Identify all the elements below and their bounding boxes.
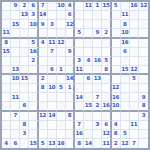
cell-r3c6-given[interactable]: 3 <box>48 20 57 29</box>
cell-r2c14-given[interactable]: 11 <box>121 11 130 20</box>
cell-r11c3-empty[interactable] <box>20 93 29 102</box>
cell-r2c10-empty[interactable] <box>84 11 93 20</box>
cell-r3c12-empty[interactable] <box>102 20 111 29</box>
cell-r10c1-empty[interactable] <box>2 84 11 93</box>
cell-r13c2-given[interactable]: 7 <box>11 112 20 121</box>
cell-r6c14-given[interactable]: 6 <box>121 48 130 57</box>
cell-r2c3-given[interactable]: 13 <box>20 11 29 20</box>
cell-r10c10-empty[interactable] <box>84 84 93 93</box>
cell-r1c6-empty[interactable] <box>48 2 57 11</box>
cell-r10c6-given[interactable]: 10 <box>48 84 57 93</box>
cell-r12c14-empty[interactable] <box>121 102 130 111</box>
cell-r13c5-given[interactable]: 12 <box>39 112 48 121</box>
cell-r7c11-given[interactable]: 16 <box>93 57 102 66</box>
cell-r6c16-empty[interactable] <box>139 48 148 57</box>
cell-r13c14-empty[interactable] <box>121 112 130 121</box>
cell-r1c10-given[interactable]: 11 <box>84 2 93 11</box>
cell-r4c13-empty[interactable] <box>112 29 121 38</box>
cell-r13c3-empty[interactable] <box>20 112 29 121</box>
cell-r14c1-empty[interactable] <box>2 121 11 130</box>
cell-r14c6-empty[interactable] <box>48 121 57 130</box>
cell-r11c10-empty[interactable] <box>84 93 93 102</box>
cell-r8c16-empty[interactable] <box>139 66 148 75</box>
cell-r12c13-given[interactable]: 10 <box>112 102 121 111</box>
cell-r5c10-empty[interactable] <box>84 39 93 48</box>
cell-r2c5-given[interactable]: 14 <box>39 11 48 20</box>
cell-r1c7-given[interactable]: 10 <box>57 2 66 11</box>
cell-r15c10-empty[interactable] <box>84 130 93 139</box>
cell-r11c11-given[interactable]: 7 <box>93 93 102 102</box>
cell-r5c2-empty[interactable] <box>11 39 20 48</box>
cell-r13c8-given[interactable]: 8 <box>66 112 75 121</box>
cell-r13c11-empty[interactable] <box>93 112 102 121</box>
cell-r7c3-empty[interactable] <box>20 57 29 66</box>
cell-r7c10-given[interactable]: 4 <box>84 57 93 66</box>
cell-r13c15-empty[interactable] <box>130 112 139 121</box>
cell-r7c9-given[interactable]: 3 <box>75 57 84 66</box>
cell-r14c2-empty[interactable] <box>11 121 20 130</box>
cell-r11c1-empty[interactable] <box>2 93 11 102</box>
cell-r8c10-empty[interactable] <box>84 66 93 75</box>
cell-r5c3-empty[interactable] <box>20 39 29 48</box>
cell-r8c14-given[interactable]: 15 <box>121 66 130 75</box>
cell-r9c6-empty[interactable] <box>48 75 57 84</box>
cell-r14c3-given[interactable]: 8 <box>20 121 29 130</box>
cell-r15c12-given[interactable]: 12 <box>102 130 111 139</box>
cell-r5c12-empty[interactable] <box>102 39 111 48</box>
cell-r4c15-empty[interactable] <box>130 29 139 38</box>
cell-r15c1-empty[interactable] <box>2 130 11 139</box>
cell-r7c2-empty[interactable] <box>11 57 20 66</box>
cell-r12c4-empty[interactable] <box>29 102 38 111</box>
cell-r15c5-empty[interactable] <box>39 130 48 139</box>
cell-r7c13-empty[interactable] <box>112 57 121 66</box>
cell-r12c11-given[interactable]: 2 <box>93 102 102 111</box>
cell-r8c8-empty[interactable] <box>66 66 75 75</box>
cell-r12c2-empty[interactable] <box>11 102 20 111</box>
cell-r6c10-empty[interactable] <box>84 48 93 57</box>
cell-r16c4-given[interactable]: 15 <box>29 139 38 148</box>
cell-r16c3-empty[interactable] <box>20 139 29 148</box>
cell-r4c7-empty[interactable] <box>57 29 66 38</box>
cell-r15c3-given[interactable]: 3 <box>20 130 29 139</box>
cell-r4c3-empty[interactable] <box>20 29 29 38</box>
cell-r2c11-empty[interactable] <box>93 11 102 20</box>
cell-r5c13-empty[interactable] <box>112 39 121 48</box>
cell-r2c9-empty[interactable] <box>75 11 84 20</box>
cell-r2c2-empty[interactable] <box>11 11 20 20</box>
cell-r3c3-empty[interactable] <box>20 20 29 29</box>
cell-r3c13-empty[interactable] <box>112 20 121 29</box>
sudoku-board: 9267104111155161213314611151093128115921… <box>0 0 150 150</box>
cell-r3c10-empty[interactable] <box>84 20 93 29</box>
cell-r2c12-empty[interactable] <box>102 11 111 20</box>
cell-r12c10-given[interactable]: 15 <box>84 102 93 111</box>
cell-r15c9-given[interactable]: 16 <box>75 130 84 139</box>
cell-r2c6-empty[interactable] <box>48 11 57 20</box>
cell-r5c15-empty[interactable] <box>130 39 139 48</box>
cell-r12c3-given[interactable]: 6 <box>20 102 29 111</box>
cell-r4c8-empty[interactable] <box>66 29 75 38</box>
cell-r16c2-given[interactable]: 6 <box>11 139 20 148</box>
cell-r16c6-given[interactable]: 13 <box>48 139 57 148</box>
cell-r16c12-given[interactable]: 11 <box>102 139 111 148</box>
cell-r9c8-given[interactable]: 14 <box>66 75 75 84</box>
cell-r3c7-empty[interactable] <box>57 20 66 29</box>
cell-r3c4-given[interactable]: 10 <box>29 20 38 29</box>
cell-r12c12-given[interactable]: 16 <box>102 102 111 111</box>
cell-r11c8-empty[interactable] <box>66 93 75 102</box>
cell-r5c16-empty[interactable] <box>139 39 148 48</box>
cell-r13c12-empty[interactable] <box>102 112 111 121</box>
cell-r13c13-empty[interactable] <box>112 112 121 121</box>
cell-r11c5-empty[interactable] <box>39 93 48 102</box>
cell-r2c16-empty[interactable] <box>139 11 148 20</box>
cell-r4c1-given[interactable]: 11 <box>2 29 11 38</box>
cell-r11c6-empty[interactable] <box>48 93 57 102</box>
cell-r14c16-empty[interactable] <box>139 121 148 130</box>
cell-r15c6-empty[interactable] <box>48 130 57 139</box>
cell-r13c10-empty[interactable] <box>84 112 93 121</box>
cell-r10c4-empty[interactable] <box>29 84 38 93</box>
cell-r12c15-empty[interactable] <box>130 102 139 111</box>
cell-r12c5-empty[interactable] <box>39 102 48 111</box>
cell-r9c15-given[interactable]: 5 <box>130 75 139 84</box>
cell-r11c4-empty[interactable] <box>29 93 38 102</box>
cell-r8c11-empty[interactable] <box>93 66 102 75</box>
cell-r9c13-empty[interactable] <box>112 75 121 84</box>
cell-r16c10-given[interactable]: 14 <box>84 139 93 148</box>
cell-r1c5-given[interactable]: 7 <box>39 2 48 11</box>
cell-r13c1-empty[interactable] <box>2 112 11 121</box>
cell-r6c11-empty[interactable] <box>93 48 102 57</box>
cell-r16c13-given[interactable]: 2 <box>112 139 121 148</box>
cell-r14c9-given[interactable]: 7 <box>75 121 84 130</box>
cell-r2c1-empty[interactable] <box>2 11 11 20</box>
cell-r14c5-empty[interactable] <box>39 121 48 130</box>
cell-r4c9-given[interactable]: 5 <box>75 29 84 38</box>
cell-r6c1-given[interactable]: 15 <box>2 48 11 57</box>
cell-r9c3-given[interactable]: 15 <box>20 75 29 84</box>
cell-r3c8-given[interactable]: 12 <box>66 20 75 29</box>
cell-r4c4-empty[interactable] <box>29 29 38 38</box>
cell-r10c5-given[interactable]: 8 <box>39 84 48 93</box>
cell-r9c5-given[interactable]: 2 <box>39 75 48 84</box>
cell-r4c11-given[interactable]: 9 <box>93 29 102 38</box>
cell-r11c9-given[interactable]: 14 <box>75 93 84 102</box>
cell-r12c6-empty[interactable] <box>48 102 57 111</box>
cell-r12c8-empty[interactable] <box>66 102 75 111</box>
cell-r16c14-given[interactable]: 12 <box>121 139 130 148</box>
cell-r14c12-given[interactable]: 6 <box>102 121 111 130</box>
cell-r2c4-given[interactable]: 3 <box>29 11 38 20</box>
cell-r15c7-empty[interactable] <box>57 130 66 139</box>
cell-r5c8-empty[interactable] <box>66 39 75 48</box>
cell-r4c10-empty[interactable] <box>84 29 93 38</box>
cell-r12c1-empty[interactable] <box>2 102 11 111</box>
cell-r15c15-empty[interactable] <box>130 130 139 139</box>
cell-r15c16-empty[interactable] <box>139 130 148 139</box>
cell-r15c2-empty[interactable] <box>11 130 20 139</box>
cell-r9c11-given[interactable]: 13 <box>93 75 102 84</box>
cell-r7c7-empty[interactable] <box>57 57 66 66</box>
cell-r9c14-empty[interactable] <box>121 75 130 84</box>
cell-r1c4-given[interactable]: 6 <box>29 2 38 11</box>
cell-r8c12-given[interactable]: 8 <box>102 66 111 75</box>
cell-r4c12-given[interactable]: 2 <box>102 29 111 38</box>
cell-r10c12-empty[interactable] <box>102 84 111 93</box>
cell-r4c5-empty[interactable] <box>39 29 48 38</box>
cell-r6c7-empty[interactable] <box>57 48 66 57</box>
cell-r11c13-given[interactable]: 16 <box>112 93 121 102</box>
cell-r11c14-empty[interactable] <box>121 93 130 102</box>
cell-r14c13-given[interactable]: 4 <box>112 121 121 130</box>
cell-r1c9-empty[interactable] <box>75 2 84 11</box>
cell-r1c12-given[interactable]: 15 <box>102 2 111 11</box>
cell-r14c4-empty[interactable] <box>29 121 38 130</box>
cell-r13c16-given[interactable]: 3 <box>139 112 148 121</box>
cell-r12c7-empty[interactable] <box>57 102 66 111</box>
cell-r1c14-empty[interactable] <box>121 2 130 11</box>
cell-r2c7-empty[interactable] <box>57 11 66 20</box>
cell-r8c13-empty[interactable] <box>112 66 121 75</box>
cell-r3c5-given[interactable]: 9 <box>39 20 48 29</box>
cell-r3c11-empty[interactable] <box>93 20 102 29</box>
cell-r8c9-given[interactable]: 11 <box>75 66 84 75</box>
cell-r4c16-empty[interactable] <box>139 29 148 38</box>
cell-r14c8-empty[interactable] <box>66 121 75 130</box>
cell-r14c15-given[interactable]: 11 <box>130 121 139 130</box>
cell-r11c7-empty[interactable] <box>57 93 66 102</box>
cell-r6c12-empty[interactable] <box>102 48 111 57</box>
cell-r5c14-given[interactable]: 16 <box>121 39 130 48</box>
cell-r7c15-empty[interactable] <box>130 57 139 66</box>
cell-r13c6-given[interactable]: 14 <box>48 112 57 121</box>
cell-r5c1-given[interactable]: 8 <box>2 39 11 48</box>
cell-r10c8-given[interactable]: 1 <box>66 84 75 93</box>
cell-r7c4-given[interactable]: 2 <box>29 57 38 66</box>
cell-r9c7-empty[interactable] <box>57 75 66 84</box>
cell-r15c14-given[interactable]: 5 <box>121 130 130 139</box>
cell-r8c1-empty[interactable] <box>2 66 11 75</box>
cell-r10c14-empty[interactable] <box>121 84 130 93</box>
cell-r3c9-empty[interactable] <box>75 20 84 29</box>
cell-r1c11-given[interactable]: 1 <box>93 2 102 11</box>
cell-r10c16-empty[interactable] <box>139 84 148 93</box>
cell-r7c12-given[interactable]: 5 <box>102 57 111 66</box>
cell-r8c5-empty[interactable] <box>39 66 48 75</box>
cell-r16c5-given[interactable]: 5 <box>39 139 48 148</box>
cell-r16c7-given[interactable]: 16 <box>57 139 66 148</box>
cell-r10c3-empty[interactable] <box>20 84 29 93</box>
cell-r8c4-empty[interactable] <box>29 66 38 75</box>
cell-r7c6-empty[interactable] <box>48 57 57 66</box>
cell-r6c5-empty[interactable] <box>39 48 48 57</box>
cell-r1c13-given[interactable]: 5 <box>112 2 121 11</box>
cell-r11c2-given[interactable]: 11 <box>11 93 20 102</box>
cell-r2c8-given[interactable]: 6 <box>66 11 75 20</box>
cell-r1c1-empty[interactable] <box>2 2 11 11</box>
cell-r6c8-given[interactable]: 9 <box>66 48 75 57</box>
cell-r6c4-given[interactable]: 16 <box>29 48 38 57</box>
cell-r5c5-given[interactable]: 4 <box>39 39 48 48</box>
cell-r7c16-empty[interactable] <box>139 57 148 66</box>
cell-r6c13-empty[interactable] <box>112 48 121 57</box>
cell-r16c15-given[interactable]: 7 <box>130 139 139 148</box>
cell-r15c11-empty[interactable] <box>93 130 102 139</box>
cell-r8c2-given[interactable]: 13 <box>11 66 20 75</box>
cell-r10c11-empty[interactable] <box>93 84 102 93</box>
cell-r4c6-empty[interactable] <box>48 29 57 38</box>
cell-r11c15-empty[interactable] <box>130 93 139 102</box>
cell-r7c5-empty[interactable] <box>39 57 48 66</box>
cell-r1c2-given[interactable]: 9 <box>11 2 20 11</box>
cell-r13c9-empty[interactable] <box>75 112 84 121</box>
cell-r13c7-empty[interactable] <box>57 112 66 121</box>
cell-r5c11-empty[interactable] <box>93 39 102 48</box>
cell-r10c13-given[interactable]: 12 <box>112 84 121 93</box>
cell-r1c8-given[interactable]: 4 <box>66 2 75 11</box>
cell-r16c8-empty[interactable] <box>66 139 75 148</box>
cell-r9c12-empty[interactable] <box>102 75 111 84</box>
cell-r9c4-empty[interactable] <box>29 75 38 84</box>
cell-r12c9-empty[interactable] <box>75 102 84 111</box>
cell-r15c4-empty[interactable] <box>29 130 38 139</box>
cell-r5c6-given[interactable]: 11 <box>48 39 57 48</box>
cell-r9c9-empty[interactable] <box>75 75 84 84</box>
cell-r9c2-given[interactable]: 10 <box>11 75 20 84</box>
cell-r13c4-empty[interactable] <box>29 112 38 121</box>
cell-r9c16-empty[interactable] <box>139 75 148 84</box>
cell-r15c13-given[interactable]: 8 <box>112 130 121 139</box>
cell-r14c10-empty[interactable] <box>84 121 93 130</box>
cell-r6c2-empty[interactable] <box>11 48 20 57</box>
cell-r1c15-given[interactable]: 16 <box>130 2 139 11</box>
cell-r15c8-empty[interactable] <box>66 130 75 139</box>
cell-r5c9-empty[interactable] <box>75 39 84 48</box>
cell-r16c1-given[interactable]: 4 <box>2 139 11 148</box>
cell-r7c1-empty[interactable] <box>2 57 11 66</box>
cell-r4c2-empty[interactable] <box>11 29 20 38</box>
cell-r16c11-empty[interactable] <box>93 139 102 148</box>
cell-r7c8-empty[interactable] <box>66 57 75 66</box>
cell-r1c3-given[interactable]: 2 <box>20 2 29 11</box>
cell-r10c9-empty[interactable] <box>75 84 84 93</box>
cell-r8c6-given[interactable]: 6 <box>48 66 57 75</box>
cell-r5c4-given[interactable]: 5 <box>29 39 38 48</box>
cell-r12c16-given[interactable]: 8 <box>139 102 148 111</box>
cell-r14c11-given[interactable]: 3 <box>93 121 102 130</box>
cell-r6c3-empty[interactable] <box>20 48 29 57</box>
cell-r14c7-empty[interactable] <box>57 121 66 130</box>
cell-r14c14-empty[interactable] <box>121 121 130 130</box>
cell-r16c9-given[interactable]: 8 <box>75 139 84 148</box>
cell-r8c15-given[interactable]: 12 <box>130 66 139 75</box>
cell-r5c7-given[interactable]: 12 <box>57 39 66 48</box>
cell-r6c15-empty[interactable] <box>130 48 139 57</box>
cell-r6c6-given[interactable]: 7 <box>48 48 57 57</box>
cell-r11c16-given[interactable]: 9 <box>139 93 148 102</box>
cell-r3c1-empty[interactable] <box>2 20 11 29</box>
cell-r10c2-empty[interactable] <box>11 84 20 93</box>
cell-r2c13-empty[interactable] <box>112 11 121 20</box>
cell-r6c9-empty[interactable] <box>75 48 84 57</box>
cell-r9c10-given[interactable]: 6 <box>84 75 93 84</box>
cell-r3c2-given[interactable]: 15 <box>11 20 20 29</box>
cell-r11c12-empty[interactable] <box>102 93 111 102</box>
cell-r2c15-empty[interactable] <box>130 11 139 20</box>
cell-r10c7-given[interactable]: 5 <box>57 84 66 93</box>
cell-r4c14-given[interactable]: 10 <box>121 29 130 38</box>
cell-r8c7-given[interactable]: 1 <box>57 66 66 75</box>
cell-r10c15-empty[interactable] <box>130 84 139 93</box>
cell-r1c16-given[interactable]: 12 <box>139 2 148 11</box>
cell-r3c15-empty[interactable] <box>130 20 139 29</box>
cell-r3c16-empty[interactable] <box>139 20 148 29</box>
cell-r9c1-empty[interactable] <box>2 75 11 84</box>
cell-r8c3-empty[interactable] <box>20 66 29 75</box>
cell-r16c16-empty[interactable] <box>139 139 148 148</box>
cell-r7c14-empty[interactable] <box>121 57 130 66</box>
cell-r3c14-given[interactable]: 8 <box>121 20 130 29</box>
